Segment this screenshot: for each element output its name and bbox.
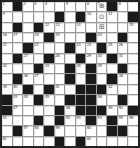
grid-cell[interactable]: 61 xyxy=(2,137,12,146)
grid-cell[interactable]: 57 xyxy=(23,126,33,135)
grid-cell[interactable] xyxy=(128,74,138,83)
black-cell xyxy=(86,64,96,73)
clue-number: 9 xyxy=(3,12,5,16)
grid-cell[interactable]: 31 xyxy=(118,54,128,63)
clue-number: 16 xyxy=(3,33,7,37)
clue-number: 27 xyxy=(24,54,28,58)
black-cell xyxy=(65,43,75,52)
clue-number: 19 xyxy=(55,33,59,37)
black-cell xyxy=(118,95,128,104)
grid-cell[interactable] xyxy=(76,33,86,42)
grid-cell[interactable]: 15 xyxy=(128,23,138,32)
clue-number: 61 xyxy=(3,137,7,141)
grid-cell[interactable]: 55 xyxy=(118,116,128,125)
grid-cell[interactable] xyxy=(23,116,33,125)
grid-cell[interactable] xyxy=(13,43,23,52)
grid-cell[interactable] xyxy=(13,137,23,146)
grid-cell[interactable]: 19 xyxy=(55,33,65,42)
black-cell xyxy=(97,43,107,52)
grid-cell[interactable] xyxy=(107,64,117,73)
clue-number: 62 xyxy=(87,137,91,141)
grid-cell[interactable] xyxy=(76,74,86,83)
clue-number: 15 xyxy=(129,23,133,27)
grid-cell[interactable] xyxy=(128,85,138,94)
grid-cell[interactable] xyxy=(128,95,138,104)
grid-cell[interactable]: 42 xyxy=(107,85,117,94)
clue-number: 28 xyxy=(55,54,59,58)
clue-number: 59 xyxy=(55,126,59,130)
black-cell xyxy=(86,106,96,115)
grid-cell[interactable] xyxy=(34,106,44,115)
clue-number: 22 xyxy=(34,43,38,47)
grid-cell[interactable]: 36 xyxy=(23,74,33,83)
clue-number: 5 xyxy=(66,2,68,6)
black-cell xyxy=(2,95,12,104)
black-cell xyxy=(118,126,128,135)
grid-cell[interactable] xyxy=(76,2,86,11)
black-cell xyxy=(55,12,65,21)
clue-number: 42 xyxy=(108,85,112,89)
grid-cell[interactable] xyxy=(107,95,117,104)
grid-cell[interactable] xyxy=(44,116,54,125)
black-cell xyxy=(34,64,44,73)
black-cell xyxy=(128,12,138,21)
black-cell xyxy=(65,95,75,104)
grid-cell[interactable] xyxy=(118,12,128,21)
grid-cell[interactable]: 23 xyxy=(76,43,86,52)
grid-cell[interactable] xyxy=(34,137,44,146)
grid-cell[interactable] xyxy=(65,12,75,21)
clue-number: 1 xyxy=(3,2,5,6)
black-cell xyxy=(76,106,86,115)
grid-cell[interactable]: 11 xyxy=(107,12,117,21)
clue-number: 31 xyxy=(118,54,122,58)
black-cell xyxy=(2,106,12,115)
grid-cell[interactable]: 43 xyxy=(13,95,23,104)
black-cell xyxy=(76,85,86,94)
circled-mark: ⊕ xyxy=(98,3,106,10)
grid-cell[interactable]: 3 xyxy=(34,2,44,11)
grid-cell[interactable] xyxy=(118,23,128,32)
grid-cell[interactable]: 62 xyxy=(86,137,96,146)
grid-cell[interactable]: 33 xyxy=(44,64,54,73)
grid-cell[interactable] xyxy=(55,2,65,11)
grid-cell[interactable]: 8 xyxy=(118,2,128,11)
grid-cell[interactable] xyxy=(65,126,75,135)
clue-number: 39 xyxy=(3,85,7,89)
grid-cell[interactable]: 34 xyxy=(76,64,86,73)
grid-cell[interactable] xyxy=(97,137,107,146)
clue-number: 54 xyxy=(97,116,101,120)
grid-cell[interactable]: 54 xyxy=(97,116,107,125)
grid-cell[interactable] xyxy=(128,137,138,146)
black-cell xyxy=(13,23,23,32)
grid-cell[interactable]: 7⊕ xyxy=(97,2,107,11)
grid-cell[interactable]: 17 xyxy=(13,33,23,42)
grid-cell[interactable]: 4 xyxy=(44,2,54,11)
clue-number: 49 xyxy=(108,106,112,110)
black-cell xyxy=(118,64,128,73)
clue-number: 21 xyxy=(3,43,7,47)
grid-cell[interactable] xyxy=(107,23,117,32)
grid-cell[interactable]: 56 xyxy=(128,116,138,125)
grid-cell[interactable] xyxy=(97,74,107,83)
grid-cell[interactable] xyxy=(44,12,54,21)
clue-number: 57 xyxy=(24,126,28,130)
grid-cell[interactable]: 24 xyxy=(86,43,96,52)
clue-number: 17 xyxy=(13,33,17,37)
grid-cell[interactable]: 13 xyxy=(55,23,65,32)
grid-cell[interactable] xyxy=(65,85,75,94)
clue-number: 58 xyxy=(34,126,38,130)
grid-cell[interactable] xyxy=(107,137,117,146)
grid-cell[interactable] xyxy=(23,33,33,42)
black-cell xyxy=(86,74,96,83)
black-cell xyxy=(86,95,96,104)
grid-cell[interactable]: 51 xyxy=(2,116,12,125)
crossword-grid: 1234567⊕8910⊙11121314⊞151617181920212223… xyxy=(0,0,140,148)
grid-cell[interactable]: ⊞ xyxy=(97,23,107,32)
clue-number: 23 xyxy=(76,43,80,47)
grid-cell[interactable] xyxy=(128,54,138,63)
black-cell xyxy=(107,54,117,63)
black-cell xyxy=(34,23,44,32)
grid-cell[interactable]: 58 xyxy=(34,126,44,135)
grid-cell[interactable]: 37 xyxy=(34,74,44,83)
clue-number: 48 xyxy=(66,106,70,110)
clue-number: 13 xyxy=(55,23,59,27)
black-cell xyxy=(128,106,138,115)
grid-cell[interactable] xyxy=(76,126,86,135)
grid-cell[interactable] xyxy=(2,74,12,83)
grid-cell[interactable] xyxy=(55,43,65,52)
grid-cell[interactable]: 30 xyxy=(97,54,107,63)
grid-cell[interactable]: 16 xyxy=(2,33,12,42)
clue-number: 38 xyxy=(118,74,122,78)
grid-cell[interactable]: 29 xyxy=(86,54,96,63)
grid-cell[interactable]: 21 xyxy=(2,43,12,52)
clue-number: 6 xyxy=(87,2,89,6)
clue-number: 53 xyxy=(76,116,80,120)
grid-cell[interactable] xyxy=(2,126,12,135)
grid-cell[interactable] xyxy=(44,43,54,52)
black-cell xyxy=(34,95,44,104)
clue-number: 29 xyxy=(87,54,91,58)
clue-number: 36 xyxy=(24,74,28,78)
grid-cell[interactable] xyxy=(107,33,117,42)
grid-cell[interactable]: 45 xyxy=(44,95,54,104)
black-cell xyxy=(118,33,128,42)
clue-number: 26 xyxy=(118,43,122,47)
clue-number: 14 xyxy=(76,23,80,27)
clue-number: 47 xyxy=(13,106,17,110)
clue-number: 51 xyxy=(3,116,7,120)
circled-mark: ⊙ xyxy=(98,13,106,20)
grid-cell[interactable]: 14 xyxy=(76,23,86,32)
grid-cell[interactable]: 38 xyxy=(118,74,128,83)
black-cell xyxy=(65,64,75,73)
clue-number: 8 xyxy=(118,2,120,6)
grid-cell[interactable]: 27 xyxy=(23,54,33,63)
circled-mark: ⊞ xyxy=(98,24,106,31)
black-cell xyxy=(76,54,86,63)
grid-cell[interactable] xyxy=(97,126,107,135)
grid-cell[interactable]: 12 xyxy=(44,23,54,32)
clue-number: 3 xyxy=(34,2,36,6)
grid-cell[interactable] xyxy=(118,137,128,146)
grid-cell[interactable]: 9 xyxy=(2,12,12,21)
grid-cell[interactable] xyxy=(23,64,33,73)
clue-number: 34 xyxy=(76,64,80,68)
grid-cell[interactable] xyxy=(13,116,23,125)
clue-number: 18 xyxy=(34,33,38,37)
black-cell xyxy=(86,33,96,42)
clue-number: 35 xyxy=(97,64,101,68)
black-cell xyxy=(65,74,75,83)
grid-cell[interactable] xyxy=(65,33,75,42)
grid-cell[interactable]: 53 xyxy=(76,116,86,125)
clue-number: 30 xyxy=(97,54,101,58)
grid-cell[interactable]: 49 xyxy=(107,106,117,115)
grid-cell[interactable]: 22 xyxy=(34,43,44,52)
grid-cell[interactable]: 18 xyxy=(34,33,44,42)
grid-cell[interactable]: 25 xyxy=(107,43,117,52)
black-cell xyxy=(13,2,23,11)
grid-cell[interactable] xyxy=(128,33,138,42)
clue-number: 45 xyxy=(45,95,49,99)
grid-cell[interactable] xyxy=(23,23,33,32)
black-cell xyxy=(97,85,107,94)
grid-cell[interactable] xyxy=(128,126,138,135)
black-cell xyxy=(44,33,54,42)
black-cell xyxy=(107,74,117,83)
grid-cell[interactable]: 10 xyxy=(86,12,96,21)
black-cell xyxy=(55,106,65,115)
grid-cell[interactable] xyxy=(55,74,65,83)
grid-cell[interactable] xyxy=(65,23,75,32)
grid-cell[interactable]: 39 xyxy=(2,85,12,94)
black-cell xyxy=(13,54,23,63)
clue-number: 24 xyxy=(87,43,91,47)
black-cell xyxy=(76,95,86,104)
clue-number: 46 xyxy=(97,95,101,99)
grid-cell[interactable] xyxy=(34,85,44,94)
black-cell xyxy=(97,106,107,115)
black-cell xyxy=(44,126,54,135)
black-cell xyxy=(44,85,54,94)
grid-cell[interactable]: 47 xyxy=(13,106,23,115)
black-cell xyxy=(55,116,65,125)
grid-cell[interactable] xyxy=(34,54,44,63)
clue-number: 10 xyxy=(87,12,91,16)
black-cell xyxy=(76,137,86,146)
grid-cell[interactable] xyxy=(44,106,54,115)
grid-cell[interactable] xyxy=(23,12,33,21)
black-cell xyxy=(76,12,86,21)
clue-number: 52 xyxy=(66,116,70,120)
grid-cell[interactable] xyxy=(128,2,138,11)
clue-number: 50 xyxy=(118,106,122,110)
grid-cell[interactable]: ⊙ xyxy=(97,12,107,21)
grid-cell[interactable] xyxy=(118,85,128,94)
clue-number: 55 xyxy=(118,116,122,120)
grid-cell[interactable] xyxy=(44,137,54,146)
grid-cell[interactable]: 50 xyxy=(118,106,128,115)
grid-cell[interactable]: 52 xyxy=(65,116,75,125)
grid-cell[interactable]: 26 xyxy=(118,43,128,52)
grid-cell[interactable]: 35 xyxy=(97,64,107,73)
grid-cell[interactable] xyxy=(128,64,138,73)
grid-cell[interactable]: 60 xyxy=(86,126,96,135)
grid-cell[interactable] xyxy=(44,74,54,83)
grid-cell[interactable] xyxy=(2,23,12,32)
grid-cell[interactable] xyxy=(55,95,65,104)
grid-cell[interactable] xyxy=(86,23,96,32)
black-cell xyxy=(44,54,54,63)
black-cell xyxy=(107,2,117,11)
grid-cell[interactable]: 5 xyxy=(65,2,75,11)
black-cell xyxy=(86,116,96,125)
grid-cell[interactable] xyxy=(34,12,44,21)
grid-cell[interactable]: 32 xyxy=(2,64,12,73)
black-cell xyxy=(107,116,117,125)
grid-cell[interactable]: 6 xyxy=(86,2,96,11)
grid-cell[interactable] xyxy=(128,43,138,52)
grid-cell[interactable] xyxy=(13,64,23,73)
clue-number: 56 xyxy=(129,116,133,120)
grid-cell[interactable] xyxy=(23,106,33,115)
black-cell xyxy=(86,85,96,94)
grid-cell[interactable]: 1 xyxy=(2,2,12,11)
grid-cell[interactable]: 20 xyxy=(97,33,107,42)
grid-cell[interactable]: 46 xyxy=(97,95,107,104)
black-cell xyxy=(23,85,33,94)
black-cell xyxy=(107,126,117,135)
clue-number: 32 xyxy=(3,64,7,68)
black-cell xyxy=(23,43,33,52)
grid-cell[interactable] xyxy=(65,137,75,146)
clue-number: 41 xyxy=(55,85,59,89)
clue-number: 33 xyxy=(45,64,49,68)
clue-number: 12 xyxy=(45,23,49,27)
clue-number: 60 xyxy=(87,126,91,130)
clue-number: 20 xyxy=(97,33,101,37)
clue-number: 4 xyxy=(45,2,47,6)
grid-cell[interactable] xyxy=(55,64,65,73)
grid-cell[interactable]: 48 xyxy=(65,106,75,115)
clue-number: 44 xyxy=(24,95,28,99)
clue-number: 43 xyxy=(13,95,17,99)
grid-cell[interactable]: 40 xyxy=(13,85,23,94)
clue-number: 40 xyxy=(13,85,17,89)
grid-cell[interactable]: 2 xyxy=(23,2,33,11)
grid-cell[interactable] xyxy=(65,54,75,63)
black-cell xyxy=(34,116,44,125)
black-cell xyxy=(55,137,65,146)
black-cell xyxy=(13,126,23,135)
grid-cell[interactable] xyxy=(2,54,12,63)
grid-cell[interactable] xyxy=(23,137,33,146)
grid-cell[interactable] xyxy=(13,12,23,21)
clue-number: 25 xyxy=(108,43,112,47)
grid-cell[interactable]: 44 xyxy=(23,95,33,104)
grid-cell[interactable]: 59 xyxy=(55,126,65,135)
clue-number: 11 xyxy=(108,12,112,16)
grid-cell[interactable]: 41 xyxy=(55,85,65,94)
grid-cell[interactable]: 28 xyxy=(55,54,65,63)
black-cell xyxy=(13,74,23,83)
clue-number: 2 xyxy=(24,2,26,6)
clue-number: 37 xyxy=(34,74,38,78)
